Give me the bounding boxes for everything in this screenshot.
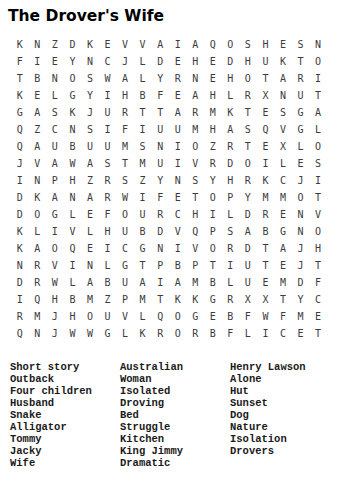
grid-cell[interactable]: R — [186, 325, 204, 342]
grid-cell[interactable]: U — [134, 206, 152, 223]
grid-cell[interactable]: B — [134, 87, 152, 104]
grid-cell[interactable]: D — [64, 36, 82, 53]
grid-cell[interactable]: C — [169, 206, 187, 223]
grid-cell[interactable]: T — [309, 87, 327, 104]
grid-cell[interactable]: W — [64, 325, 82, 342]
grid-cell[interactable]: C — [309, 291, 327, 308]
grid-cell[interactable]: Q — [11, 325, 29, 342]
grid-cell[interactable]: D — [239, 206, 257, 223]
grid-cell[interactable]: F — [151, 189, 169, 206]
grid-cell[interactable]: B — [169, 257, 187, 274]
grid-cell[interactable]: L — [99, 257, 117, 274]
grid-cell[interactable]: A — [29, 104, 47, 121]
grid-cell[interactable]: U — [116, 223, 134, 240]
grid-cell[interactable]: R — [222, 138, 240, 155]
grid-cell[interactable]: D — [239, 240, 257, 257]
grid-cell[interactable]: O — [46, 240, 64, 257]
grid-cell[interactable]: U — [116, 274, 134, 291]
grid-cell[interactable]: K — [11, 240, 29, 257]
grid-cell[interactable]: A — [274, 70, 292, 87]
grid-cell[interactable]: S — [186, 172, 204, 189]
grid-cell[interactable]: M — [186, 274, 204, 291]
grid-cell[interactable]: I — [309, 70, 327, 87]
grid-cell[interactable]: H — [239, 53, 257, 70]
grid-cell[interactable]: V — [186, 240, 204, 257]
grid-cell[interactable]: N — [151, 138, 169, 155]
grid-cell[interactable]: W — [64, 155, 82, 172]
grid-cell[interactable]: N — [11, 257, 29, 274]
grid-cell[interactable]: A — [169, 104, 187, 121]
grid-cell[interactable]: U — [151, 121, 169, 138]
grid-cell[interactable]: S — [239, 121, 257, 138]
grid-cell[interactable]: E — [257, 104, 275, 121]
grid-cell[interactable]: D — [11, 274, 29, 291]
grid-cell[interactable]: T — [134, 104, 152, 121]
grid-cell[interactable]: J — [292, 172, 310, 189]
grid-cell[interactable]: L — [222, 206, 240, 223]
grid-cell[interactable]: J — [46, 308, 64, 325]
grid-cell[interactable]: P — [222, 189, 240, 206]
grid-cell[interactable]: W — [116, 189, 134, 206]
grid-cell[interactable]: T — [204, 257, 222, 274]
grid-cell[interactable]: K — [257, 172, 275, 189]
grid-cell[interactable]: Y — [64, 53, 82, 70]
grid-cell[interactable]: N — [81, 53, 99, 70]
grid-cell[interactable]: S — [309, 155, 327, 172]
grid-cell[interactable]: R — [239, 87, 257, 104]
grid-cell[interactable]: K — [81, 36, 99, 53]
grid-cell[interactable]: T — [151, 104, 169, 121]
grid-cell[interactable]: I — [46, 223, 64, 240]
grid-cell[interactable]: B — [64, 138, 82, 155]
grid-cell[interactable]: A — [81, 274, 99, 291]
grid-cell[interactable]: Z — [29, 121, 47, 138]
grid-cell[interactable]: C — [274, 325, 292, 342]
grid-cell[interactable]: U — [46, 138, 64, 155]
grid-cell[interactable]: T — [309, 189, 327, 206]
grid-cell[interactable]: S — [134, 138, 152, 155]
grid-cell[interactable]: T — [257, 240, 275, 257]
grid-cell[interactable]: H — [186, 206, 204, 223]
grid-cell[interactable]: O — [309, 53, 327, 70]
grid-cell[interactable]: I — [134, 121, 152, 138]
grid-cell[interactable]: I — [222, 257, 240, 274]
grid-cell[interactable]: H — [309, 240, 327, 257]
grid-cell[interactable]: O — [64, 70, 82, 87]
grid-cell[interactable]: R — [99, 189, 117, 206]
grid-cell[interactable]: L — [64, 274, 82, 291]
grid-cell[interactable]: I — [151, 274, 169, 291]
grid-cell[interactable]: E — [274, 206, 292, 223]
grid-cell[interactable]: V — [116, 308, 134, 325]
grid-cell[interactable]: V — [309, 206, 327, 223]
grid-cell[interactable]: T — [309, 257, 327, 274]
grid-cell[interactable]: A — [116, 70, 134, 87]
grid-cell[interactable]: E — [292, 155, 310, 172]
grid-cell[interactable]: R — [257, 206, 275, 223]
grid-cell[interactable]: C — [274, 172, 292, 189]
grid-cell[interactable]: R — [169, 70, 187, 87]
grid-cell[interactable]: E — [204, 53, 222, 70]
grid-cell[interactable]: F — [151, 87, 169, 104]
grid-cell[interactable]: K — [186, 291, 204, 308]
grid-cell[interactable]: U — [169, 121, 187, 138]
grid-cell[interactable]: S — [292, 36, 310, 53]
grid-cell[interactable]: O — [309, 223, 327, 240]
grid-cell[interactable]: P — [151, 257, 169, 274]
grid-cell[interactable]: A — [46, 155, 64, 172]
grid-cell[interactable]: L — [64, 206, 82, 223]
grid-cell[interactable]: H — [204, 121, 222, 138]
grid-cell[interactable]: U — [239, 257, 257, 274]
grid-cell[interactable]: I — [134, 189, 152, 206]
grid-cell[interactable]: N — [292, 223, 310, 240]
grid-cell[interactable]: V — [134, 36, 152, 53]
grid-cell[interactable]: M — [292, 308, 310, 325]
grid-cell[interactable]: A — [239, 223, 257, 240]
grid-cell[interactable]: U — [99, 104, 117, 121]
grid-cell[interactable]: I — [257, 155, 275, 172]
grid-cell[interactable]: I — [64, 257, 82, 274]
grid-cell[interactable]: W — [257, 308, 275, 325]
grid-cell[interactable]: A — [186, 87, 204, 104]
grid-cell[interactable]: D — [11, 206, 29, 223]
grid-cell[interactable]: T — [151, 291, 169, 308]
grid-cell[interactable]: N — [29, 172, 47, 189]
grid-cell[interactable]: Z — [99, 291, 117, 308]
grid-cell[interactable]: N — [309, 36, 327, 53]
grid-cell[interactable]: I — [11, 172, 29, 189]
grid-cell[interactable]: Q — [29, 291, 47, 308]
grid-cell[interactable]: B — [64, 291, 82, 308]
grid-cell[interactable]: O — [169, 325, 187, 342]
grid-cell[interactable]: F — [99, 206, 117, 223]
grid-cell[interactable]: G — [274, 223, 292, 240]
grid-cell[interactable]: V — [186, 155, 204, 172]
grid-cell[interactable]: E — [204, 308, 222, 325]
grid-cell[interactable]: A — [309, 104, 327, 121]
grid-cell[interactable]: O — [204, 240, 222, 257]
grid-cell[interactable]: E — [292, 325, 310, 342]
grid-cell[interactable]: R — [292, 70, 310, 87]
grid-cell[interactable]: R — [222, 240, 240, 257]
grid-cell[interactable]: O — [239, 70, 257, 87]
grid-cell[interactable]: H — [204, 87, 222, 104]
grid-cell[interactable]: H — [116, 87, 134, 104]
grid-cell[interactable]: G — [292, 104, 310, 121]
grid-cell[interactable]: D — [222, 53, 240, 70]
grid-cell[interactable]: I — [169, 138, 187, 155]
grid-cell[interactable]: W — [46, 274, 64, 291]
grid-cell[interactable]: O — [81, 308, 99, 325]
grid-cell[interactable]: H — [186, 53, 204, 70]
grid-cell[interactable]: I — [169, 155, 187, 172]
grid-cell[interactable]: G — [186, 308, 204, 325]
grid-cell[interactable]: Q — [11, 121, 29, 138]
grid-cell[interactable]: R — [239, 172, 257, 189]
grid-cell[interactable]: J — [11, 155, 29, 172]
grid-cell[interactable]: Y — [204, 172, 222, 189]
grid-cell[interactable]: N — [274, 87, 292, 104]
grid-cell[interactable]: K — [222, 104, 240, 121]
grid-cell[interactable]: S — [81, 121, 99, 138]
grid-cell[interactable]: J — [292, 257, 310, 274]
grid-cell[interactable]: Z — [204, 138, 222, 155]
grid-cell[interactable]: G — [292, 121, 310, 138]
grid-cell[interactable]: O — [239, 155, 257, 172]
grid-cell[interactable]: N — [29, 36, 47, 53]
grid-cell[interactable]: N — [46, 70, 64, 87]
grid-cell[interactable]: A — [222, 121, 240, 138]
grid-cell[interactable]: K — [29, 189, 47, 206]
grid-cell[interactable]: P — [186, 257, 204, 274]
grid-cell[interactable]: U — [99, 308, 117, 325]
grid-cell[interactable]: O — [186, 138, 204, 155]
grid-cell[interactable]: A — [29, 240, 47, 257]
grid-cell[interactable]: S — [116, 172, 134, 189]
grid-cell[interactable]: M — [29, 308, 47, 325]
grid-cell[interactable]: O — [222, 36, 240, 53]
grid-cell[interactable]: K — [169, 291, 187, 308]
grid-cell[interactable]: S — [99, 155, 117, 172]
grid-cell[interactable]: B — [257, 223, 275, 240]
grid-cell[interactable]: V — [169, 223, 187, 240]
grid-cell[interactable]: Y — [292, 291, 310, 308]
grid-cell[interactable]: S — [239, 36, 257, 53]
grid-cell[interactable]: V — [46, 257, 64, 274]
grid-cell[interactable]: N — [81, 257, 99, 274]
grid-cell[interactable]: E — [169, 53, 187, 70]
grid-cell[interactable]: O — [29, 206, 47, 223]
grid-cell[interactable]: R — [11, 308, 29, 325]
grid-cell[interactable]: V — [29, 155, 47, 172]
grid-cell[interactable]: L — [116, 325, 134, 342]
grid-cell[interactable]: G — [134, 240, 152, 257]
grid-cell[interactable]: E — [81, 206, 99, 223]
grid-cell[interactable]: O — [116, 206, 134, 223]
grid-cell[interactable]: I — [99, 121, 117, 138]
grid-cell[interactable]: M — [116, 138, 134, 155]
grid-cell[interactable]: W — [81, 325, 99, 342]
grid-cell[interactable]: Q — [186, 223, 204, 240]
grid-cell[interactable]: E — [274, 257, 292, 274]
grid-cell[interactable]: G — [11, 104, 29, 121]
grid-cell[interactable]: L — [134, 53, 152, 70]
grid-cell[interactable]: I — [11, 291, 29, 308]
grid-cell[interactable]: I — [257, 325, 275, 342]
grid-cell[interactable]: K — [11, 87, 29, 104]
grid-cell[interactable]: T — [116, 155, 134, 172]
grid-cell[interactable]: B — [204, 325, 222, 342]
grid-cell[interactable]: L — [222, 274, 240, 291]
grid-cell[interactable]: U — [257, 53, 275, 70]
grid-cell[interactable]: I — [309, 172, 327, 189]
grid-cell[interactable]: K — [11, 36, 29, 53]
grid-cell[interactable]: I — [99, 87, 117, 104]
grid-cell[interactable]: Q — [204, 36, 222, 53]
grid-cell[interactable]: F — [222, 325, 240, 342]
grid-cell[interactable]: T — [257, 257, 275, 274]
grid-cell[interactable]: I — [169, 36, 187, 53]
grid-cell[interactable]: A — [274, 240, 292, 257]
grid-cell[interactable]: T — [134, 257, 152, 274]
grid-cell[interactable]: K — [64, 104, 82, 121]
grid-cell[interactable]: N — [64, 189, 82, 206]
grid-cell[interactable]: E — [309, 308, 327, 325]
grid-cell[interactable]: R — [99, 172, 117, 189]
grid-cell[interactable]: B — [204, 274, 222, 291]
grid-cell[interactable]: M — [134, 155, 152, 172]
grid-cell[interactable]: J — [46, 325, 64, 342]
grid-cell[interactable]: N — [64, 121, 82, 138]
grid-cell[interactable]: I — [169, 240, 187, 257]
grid-cell[interactable]: H — [64, 308, 82, 325]
grid-cell[interactable]: T — [257, 70, 275, 87]
grid-cell[interactable]: U — [151, 155, 169, 172]
grid-cell[interactable]: C — [116, 240, 134, 257]
grid-cell[interactable]: F — [239, 308, 257, 325]
grid-cell[interactable]: A — [81, 189, 99, 206]
grid-cell[interactable]: L — [239, 325, 257, 342]
grid-cell[interactable]: T — [239, 104, 257, 121]
grid-cell[interactable]: N — [292, 206, 310, 223]
grid-cell[interactable]: J — [116, 53, 134, 70]
grid-cell[interactable]: K — [11, 223, 29, 240]
grid-cell[interactable]: J — [81, 104, 99, 121]
grid-cell[interactable]: T — [11, 70, 29, 87]
grid-cell[interactable]: F — [274, 308, 292, 325]
grid-cell[interactable]: T — [186, 189, 204, 206]
grid-cell[interactable]: T — [309, 325, 327, 342]
grid-cell[interactable]: R — [151, 206, 169, 223]
grid-cell[interactable]: Z — [134, 172, 152, 189]
grid-cell[interactable]: M — [81, 291, 99, 308]
grid-cell[interactable]: R — [116, 104, 134, 121]
grid-cell[interactable]: A — [29, 138, 47, 155]
grid-cell[interactable]: D — [292, 274, 310, 291]
grid-cell[interactable]: H — [222, 172, 240, 189]
grid-cell[interactable]: H — [99, 223, 117, 240]
grid-cell[interactable]: N — [29, 325, 47, 342]
grid-cell[interactable]: E — [274, 36, 292, 53]
grid-cell[interactable]: U — [81, 138, 99, 155]
grid-cell[interactable]: A — [186, 36, 204, 53]
grid-cell[interactable]: T — [292, 53, 310, 70]
grid-cell[interactable]: P — [46, 172, 64, 189]
grid-cell[interactable]: W — [99, 70, 117, 87]
grid-cell[interactable]: S — [81, 70, 99, 87]
grid-cell[interactable]: F — [116, 121, 134, 138]
grid-cell[interactable]: X — [274, 138, 292, 155]
grid-cell[interactable]: V — [274, 121, 292, 138]
grid-cell[interactable]: A — [134, 274, 152, 291]
grid-cell[interactable]: N — [186, 70, 204, 87]
grid-cell[interactable]: I — [204, 206, 222, 223]
grid-cell[interactable]: E — [257, 138, 275, 155]
grid-cell[interactable]: X — [257, 291, 275, 308]
grid-cell[interactable]: H — [64, 172, 82, 189]
grid-cell[interactable]: F — [11, 53, 29, 70]
grid-cell[interactable]: U — [99, 138, 117, 155]
grid-cell[interactable]: R — [29, 257, 47, 274]
grid-cell[interactable]: E — [169, 189, 187, 206]
grid-cell[interactable]: M — [274, 189, 292, 206]
grid-cell[interactable]: M — [257, 189, 275, 206]
grid-cell[interactable]: E — [169, 87, 187, 104]
grid-cell[interactable]: S — [46, 104, 64, 121]
grid-cell[interactable]: P — [116, 291, 134, 308]
grid-cell[interactable]: H — [257, 36, 275, 53]
grid-cell[interactable]: X — [239, 291, 257, 308]
grid-cell[interactable]: Q — [11, 138, 29, 155]
grid-cell[interactable]: A — [151, 36, 169, 53]
grid-cell[interactable]: G — [99, 325, 117, 342]
grid-cell[interactable]: L — [222, 87, 240, 104]
grid-cell[interactable]: L — [81, 223, 99, 240]
grid-cell[interactable]: O — [309, 138, 327, 155]
grid-cell[interactable]: M — [274, 274, 292, 291]
grid-cell[interactable]: K — [134, 325, 152, 342]
grid-cell[interactable]: D — [151, 53, 169, 70]
grid-cell[interactable]: M — [134, 291, 152, 308]
grid-cell[interactable]: N — [169, 172, 187, 189]
grid-cell[interactable]: G — [116, 257, 134, 274]
grid-cell[interactable]: U — [239, 274, 257, 291]
grid-cell[interactable]: L — [309, 121, 327, 138]
grid-cell[interactable]: D — [222, 155, 240, 172]
grid-cell[interactable]: T — [274, 291, 292, 308]
grid-cell[interactable]: B — [29, 70, 47, 87]
grid-cell[interactable]: M — [204, 104, 222, 121]
grid-cell[interactable]: M — [186, 121, 204, 138]
grid-cell[interactable]: B — [134, 223, 152, 240]
grid-cell[interactable]: V — [64, 223, 82, 240]
grid-cell[interactable]: T — [239, 138, 257, 155]
grid-cell[interactable]: R — [186, 104, 204, 121]
grid-cell[interactable]: L — [29, 223, 47, 240]
grid-cell[interactable]: G — [46, 206, 64, 223]
grid-cell[interactable]: S — [222, 223, 240, 240]
grid-cell[interactable]: O — [204, 189, 222, 206]
grid-cell[interactable]: O — [169, 308, 187, 325]
grid-cell[interactable]: Q — [64, 240, 82, 257]
grid-cell[interactable]: I — [99, 240, 117, 257]
grid-cell[interactable]: S — [274, 104, 292, 121]
grid-cell[interactable]: Q — [257, 121, 275, 138]
grid-cell[interactable]: U — [292, 87, 310, 104]
grid-cell[interactable]: N — [151, 240, 169, 257]
grid-cell[interactable]: I — [29, 53, 47, 70]
grid-cell[interactable]: A — [81, 155, 99, 172]
grid-cell[interactable]: E — [204, 70, 222, 87]
grid-cell[interactable]: C — [99, 53, 117, 70]
grid-cell[interactable]: G — [64, 87, 82, 104]
grid-cell[interactable]: Y — [151, 70, 169, 87]
grid-cell[interactable]: G — [204, 291, 222, 308]
grid-cell[interactable]: D — [151, 223, 169, 240]
grid-cell[interactable]: L — [274, 155, 292, 172]
grid-cell[interactable]: A — [46, 189, 64, 206]
grid-cell[interactable]: H — [222, 70, 240, 87]
grid-cell[interactable]: O — [292, 189, 310, 206]
grid-cell[interactable]: F — [309, 274, 327, 291]
grid-cell[interactable]: Y — [151, 172, 169, 189]
grid-cell[interactable]: H — [46, 291, 64, 308]
grid-cell[interactable]: Q — [151, 308, 169, 325]
grid-cell[interactable]: C — [46, 121, 64, 138]
grid-cell[interactable]: P — [204, 223, 222, 240]
grid-cell[interactable]: E — [99, 36, 117, 53]
